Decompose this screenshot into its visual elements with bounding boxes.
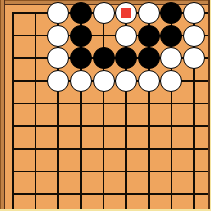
black-stone	[70, 47, 92, 69]
red-square-marker	[121, 8, 131, 18]
intersection-r6-c9[interactable]	[183, 115, 206, 138]
intersection-r1-c7[interactable]	[138, 2, 161, 25]
white-stone	[93, 70, 115, 92]
intersection-r1-c2[interactable]	[24, 2, 47, 25]
intersection-r4-c4[interactable]	[70, 70, 93, 93]
intersection-r1-c5[interactable]	[92, 2, 115, 25]
intersection-r8-c6[interactable]	[115, 160, 138, 183]
intersection-r3-c7[interactable]	[138, 47, 161, 70]
intersection-r4-c7[interactable]	[138, 70, 161, 93]
intersection-r2-c1[interactable]	[2, 24, 25, 47]
intersection-r8-c5[interactable]	[92, 160, 115, 183]
intersection-r6-c5[interactable]	[92, 115, 115, 138]
intersection-r7-c8[interactable]	[160, 138, 183, 161]
intersection-r2-c3[interactable]	[47, 24, 70, 47]
intersection-r5-c3[interactable]	[47, 92, 70, 115]
intersection-r4-c2[interactable]	[24, 70, 47, 93]
intersection-r1-c9[interactable]	[183, 2, 206, 25]
intersection-r9-c6[interactable]	[115, 183, 138, 206]
intersection-r1-c8[interactable]	[160, 2, 183, 25]
intersection-r5-c7[interactable]	[138, 92, 161, 115]
intersection-r6-c1[interactable]	[2, 115, 25, 138]
intersection-r9-c1[interactable]	[2, 183, 25, 206]
intersection-r5-c1[interactable]	[2, 92, 25, 115]
black-stone	[70, 25, 92, 47]
black-stone	[70, 2, 92, 24]
white-stone	[138, 70, 160, 92]
intersection-r2-c7[interactable]	[138, 24, 161, 47]
intersection-r7-c9[interactable]	[183, 138, 206, 161]
intersection-r4-c6[interactable]	[115, 70, 138, 93]
white-stone	[115, 25, 137, 47]
intersection-r5-c9[interactable]	[183, 92, 206, 115]
intersection-r7-c7[interactable]	[138, 138, 161, 161]
intersection-r2-c8[interactable]	[160, 24, 183, 47]
intersection-r5-c2[interactable]	[24, 92, 47, 115]
intersection-r9-c7[interactable]	[138, 183, 161, 206]
intersection-r4-c8[interactable]	[160, 70, 183, 93]
intersection-r1-c4[interactable]	[70, 2, 93, 25]
black-stone	[160, 2, 182, 24]
black-stone	[138, 47, 160, 69]
intersection-r3-c8[interactable]	[160, 47, 183, 70]
intersection-r2-c9[interactable]	[183, 24, 206, 47]
white-stone	[47, 2, 69, 24]
board-edge-right	[208, 0, 211, 211]
intersection-r7-c5[interactable]	[92, 138, 115, 161]
white-stone	[160, 47, 182, 69]
intersection-r7-c4[interactable]	[70, 138, 93, 161]
black-stone	[160, 25, 182, 47]
intersection-r6-c8[interactable]	[160, 115, 183, 138]
intersection-r3-c9[interactable]	[183, 47, 206, 70]
go-board	[0, 0, 211, 211]
white-stone	[183, 47, 205, 69]
intersection-r8-c9[interactable]	[183, 160, 206, 183]
intersection-r7-c2[interactable]	[24, 138, 47, 161]
intersection-r3-c3[interactable]	[47, 47, 70, 70]
white-stone	[183, 2, 205, 24]
intersection-r3-c1[interactable]	[2, 47, 25, 70]
white-stone	[115, 2, 137, 24]
black-stone	[93, 47, 115, 69]
intersection-r6-c2[interactable]	[24, 115, 47, 138]
intersection-r9-c5[interactable]	[92, 183, 115, 206]
board-edge-bottom	[0, 209, 211, 211]
intersection-r4-c9[interactable]	[183, 70, 206, 93]
white-stone	[183, 25, 205, 47]
intersection-r6-c3[interactable]	[47, 115, 70, 138]
intersection-r6-c7[interactable]	[138, 115, 161, 138]
black-stone	[115, 47, 137, 69]
intersection-r6-c4[interactable]	[70, 115, 93, 138]
intersection-r2-c6[interactable]	[115, 24, 138, 47]
white-stone	[47, 47, 69, 69]
intersection-r4-c5[interactable]	[92, 70, 115, 93]
intersection-r3-c4[interactable]	[70, 47, 93, 70]
intersection-r2-c2[interactable]	[24, 24, 47, 47]
board-grid	[2, 2, 206, 206]
white-stone	[47, 70, 69, 92]
intersection-r1-c3[interactable]	[47, 2, 70, 25]
white-stone	[47, 25, 69, 47]
intersection-r9-c8[interactable]	[160, 183, 183, 206]
intersection-r2-c4[interactable]	[70, 24, 93, 47]
white-stone	[93, 2, 115, 24]
intersection-r8-c1[interactable]	[2, 160, 25, 183]
intersection-r9-c2[interactable]	[24, 183, 47, 206]
white-stone	[160, 70, 182, 92]
intersection-r4-c1[interactable]	[2, 70, 25, 93]
intersection-r8-c7[interactable]	[138, 160, 161, 183]
intersection-r8-c8[interactable]	[160, 160, 183, 183]
intersection-r9-c3[interactable]	[47, 183, 70, 206]
intersection-r3-c6[interactable]	[115, 47, 138, 70]
intersection-r3-c2[interactable]	[24, 47, 47, 70]
intersection-r4-c3[interactable]	[47, 70, 70, 93]
intersection-r5-c4[interactable]	[70, 92, 93, 115]
intersection-r1-c1[interactable]	[2, 2, 25, 25]
intersection-r5-c6[interactable]	[115, 92, 138, 115]
white-stone	[115, 70, 137, 92]
intersection-r5-c8[interactable]	[160, 92, 183, 115]
intersection-r8-c3[interactable]	[47, 160, 70, 183]
intersection-r9-c9[interactable]	[183, 183, 206, 206]
intersection-r7-c1[interactable]	[2, 138, 25, 161]
white-stone	[138, 2, 160, 24]
intersection-r7-c3[interactable]	[47, 138, 70, 161]
intersection-r7-c6[interactable]	[115, 138, 138, 161]
intersection-r1-c6[interactable]	[115, 2, 138, 25]
intersection-r5-c5[interactable]	[92, 92, 115, 115]
intersection-r9-c4[interactable]	[70, 183, 93, 206]
intersection-r2-c5[interactable]	[92, 24, 115, 47]
intersection-r3-c5[interactable]	[92, 47, 115, 70]
intersection-r8-c4[interactable]	[70, 160, 93, 183]
black-stone	[138, 25, 160, 47]
intersection-r8-c2[interactable]	[24, 160, 47, 183]
white-stone	[70, 70, 92, 92]
intersection-r6-c6[interactable]	[115, 115, 138, 138]
